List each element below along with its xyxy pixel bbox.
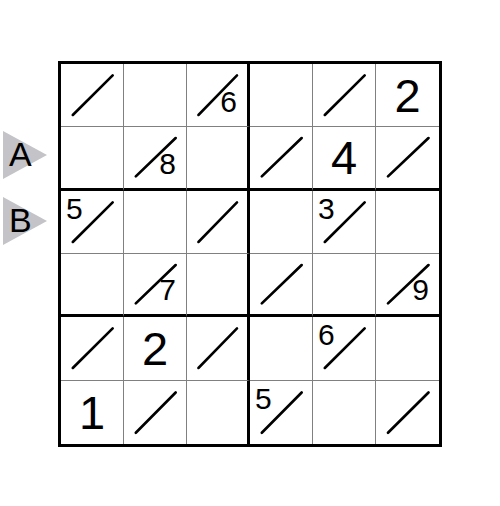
given-digit: 8 <box>159 149 176 179</box>
cell-r4c2[interactable]: 7 <box>124 254 187 317</box>
row-marker-a-label: A <box>9 137 32 171</box>
puzzle-board: 628453792615 <box>58 61 442 447</box>
cell-r4c3[interactable] <box>187 254 250 317</box>
page: A B 628453792615 <box>0 0 500 506</box>
cell-r2c3[interactable] <box>187 127 250 190</box>
cell-r1c4[interactable] <box>250 64 313 127</box>
cell-r2c6[interactable] <box>376 127 439 190</box>
cell-r4c4[interactable] <box>250 254 313 317</box>
cell-r3c3[interactable] <box>187 191 250 254</box>
given-digit: 6 <box>220 87 237 117</box>
cell-r1c1[interactable] <box>61 64 124 127</box>
cell-r3c6[interactable] <box>376 191 439 254</box>
cell-r4c6[interactable]: 9 <box>376 254 439 317</box>
given-digit: 5 <box>255 384 272 414</box>
cell-r4c1[interactable] <box>61 254 124 317</box>
cell-r3c5[interactable]: 3 <box>313 191 376 254</box>
cell-r2c5[interactable]: 4 <box>313 127 376 190</box>
cell-r5c1[interactable] <box>61 317 124 380</box>
slash-mark <box>61 317 123 379</box>
given-digit: 5 <box>66 194 83 224</box>
cell-r1c3[interactable]: 6 <box>187 64 250 127</box>
slash-mark <box>187 64 247 126</box>
given-digit: 4 <box>331 134 357 181</box>
cell-r5c2[interactable]: 2 <box>124 317 187 380</box>
cell-r6c4[interactable]: 5 <box>250 381 313 444</box>
cell-r2c2[interactable]: 8 <box>124 127 187 190</box>
given-digit: 2 <box>142 325 168 372</box>
cell-r6c1[interactable]: 1 <box>61 381 124 444</box>
slash-mark <box>124 381 186 444</box>
slash-mark <box>124 127 186 187</box>
cell-r3c1[interactable]: 5 <box>61 191 124 254</box>
slash-mark <box>250 127 312 187</box>
cell-r5c4[interactable] <box>250 317 313 380</box>
given-digit: 3 <box>318 194 335 224</box>
slash-mark <box>187 191 247 253</box>
slash-mark <box>187 317 247 379</box>
slash-mark <box>376 381 439 444</box>
slash-mark <box>376 254 439 314</box>
cell-r6c2[interactable] <box>124 381 187 444</box>
row-marker-b: B <box>3 197 47 245</box>
cell-r6c3[interactable] <box>187 381 250 444</box>
cell-r3c4[interactable] <box>250 191 313 254</box>
cell-r1c2[interactable] <box>124 64 187 127</box>
cell-r6c6[interactable] <box>376 381 439 444</box>
cell-r5c3[interactable] <box>187 317 250 380</box>
slash-mark <box>250 254 312 314</box>
slash-mark <box>376 127 439 187</box>
given-digit: 2 <box>394 72 420 119</box>
cell-r4c5[interactable] <box>313 254 376 317</box>
slash-mark <box>124 254 186 314</box>
cell-r6c5[interactable] <box>313 381 376 444</box>
slash-mark <box>313 64 375 126</box>
given-digit: 9 <box>412 275 429 305</box>
given-digit: 6 <box>318 320 335 350</box>
cell-r3c2[interactable] <box>124 191 187 254</box>
cell-r1c6[interactable]: 2 <box>376 64 439 127</box>
cell-r2c4[interactable] <box>250 127 313 190</box>
row-marker-b-label: B <box>9 203 32 237</box>
given-digit: 7 <box>159 275 176 305</box>
given-digit: 1 <box>79 389 105 436</box>
slash-mark <box>61 64 123 126</box>
row-marker-a: A <box>3 131 47 179</box>
cell-r1c5[interactable] <box>313 64 376 127</box>
cell-r2c1[interactable] <box>61 127 124 190</box>
cell-r5c5[interactable]: 6 <box>313 317 376 380</box>
cell-r5c6[interactable] <box>376 317 439 380</box>
